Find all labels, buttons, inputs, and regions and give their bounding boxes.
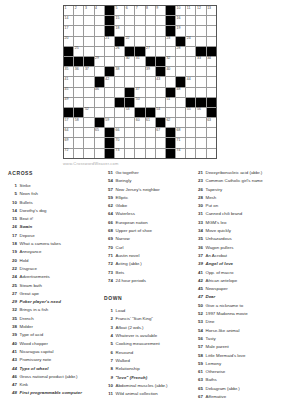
grid-cell[interactable]	[207, 149, 216, 158]
grid-cell[interactable]	[95, 149, 104, 158]
clue-text: Bets	[116, 270, 125, 275]
spacer	[104, 286, 191, 295]
grid-cell[interactable]: 5	[115, 6, 124, 15]
grid-cell[interactable]: 39	[146, 67, 155, 76]
grid-cell[interactable]	[74, 26, 83, 35]
grid-cell[interactable]: 48	[176, 88, 185, 97]
grid-cell[interactable]	[135, 149, 144, 158]
grid-cell[interactable]	[196, 118, 205, 127]
grid-cell[interactable]: 45	[64, 88, 73, 97]
clue-item: 73Bets	[104, 270, 191, 275]
grid-cell[interactable]	[156, 37, 165, 46]
grid-cell[interactable]: 7	[135, 6, 144, 15]
clue-number: 24	[8, 274, 17, 279]
grid-cell[interactable]	[125, 16, 134, 25]
clue-item: 32Brings in a fish	[8, 307, 101, 312]
clue-text: Curl	[116, 245, 124, 250]
cell-number: 64	[65, 128, 69, 132]
grid-cell[interactable]: 35	[64, 67, 73, 76]
clue-text: Deoxyribonucleic acid (abbr.)	[206, 170, 263, 175]
grid-cell[interactable]	[146, 37, 155, 46]
grid-cell[interactable]: 68	[176, 128, 185, 137]
grid-cell[interactable]	[84, 118, 93, 127]
cell-number: 63	[207, 118, 211, 122]
clue-number: 54	[194, 328, 203, 333]
grid-cell[interactable]: 24	[186, 37, 195, 46]
clue-text: Lemony	[206, 361, 222, 366]
grid-cell[interactable]	[196, 67, 205, 76]
clue-item: 29Poker player's need	[8, 299, 101, 304]
grid-cell[interactable]	[146, 138, 155, 147]
grid-cell[interactable]	[196, 88, 205, 97]
clue-number: 35	[8, 316, 17, 321]
grid-cell[interactable]	[176, 98, 185, 107]
clue-text: Francis' "Sun King"	[116, 316, 153, 321]
grid-cell-black	[95, 118, 104, 127]
grid-cell[interactable]	[115, 77, 124, 86]
grid-cell[interactable]	[135, 67, 144, 76]
grid-cell-black	[64, 108, 73, 117]
grid-cell[interactable]: 19	[176, 26, 185, 35]
clue-item: 46Gross national product (abbr.)	[8, 374, 101, 379]
grid-cell[interactable]	[166, 108, 175, 117]
grid-cell[interactable]: 70	[115, 138, 124, 147]
grid-cell[interactable]: 71	[176, 138, 185, 147]
grid-cell[interactable]	[95, 67, 104, 76]
clue-number: 65	[194, 386, 203, 391]
grid-cell[interactable]	[156, 98, 165, 107]
grid-cell[interactable]	[176, 57, 185, 66]
cell-number: 58	[75, 118, 79, 122]
grid-cell[interactable]	[207, 138, 216, 147]
cell-number: 32	[166, 56, 170, 60]
clue-text: Dine	[206, 319, 215, 324]
clue-text: Canned chili brand	[206, 211, 243, 216]
grid-cell[interactable]	[146, 149, 155, 158]
grid-cell[interactable]	[207, 128, 216, 137]
grid-cell[interactable]	[84, 128, 93, 137]
grid-cell[interactable]	[95, 26, 104, 35]
grid-cell[interactable]: 44	[186, 77, 195, 86]
clue-number: 11	[104, 391, 113, 396]
clue-number: 16	[8, 224, 17, 229]
clue-item: 54Horse-like animal	[194, 328, 280, 333]
clue-text: Abdominal muscles (abbr.)	[116, 383, 168, 388]
clue-number: 50	[194, 303, 203, 308]
clue-number: 34	[194, 228, 203, 233]
grid-cell[interactable]: 9	[156, 6, 165, 15]
clue-text: Cooking measurement	[116, 341, 160, 346]
grid-cell-black	[115, 37, 124, 46]
grid-cell[interactable]	[176, 118, 185, 127]
clue-number: 41	[194, 270, 203, 275]
grid-cell[interactable]	[84, 138, 93, 147]
grid-cell[interactable]: 21	[105, 37, 114, 46]
grid-cell-black	[176, 77, 185, 86]
grid-cell[interactable]	[105, 108, 114, 117]
grid-cell[interactable]	[135, 128, 144, 137]
grid-cell[interactable]	[74, 88, 83, 97]
cell-number: 2	[75, 6, 77, 10]
grid-cell[interactable]	[146, 16, 155, 25]
grid-cell[interactable]	[156, 16, 165, 25]
grid-cell[interactable]	[84, 37, 93, 46]
cell-number: 51	[166, 97, 170, 101]
clue-item: 67Affirmative	[194, 394, 280, 399]
clue-number: 61	[194, 369, 203, 374]
grid-cell[interactable]	[125, 77, 134, 86]
grid-cell-black	[207, 108, 216, 117]
grid-cell[interactable]	[156, 149, 165, 158]
grid-cell[interactable]: 42	[105, 77, 114, 86]
grid-cell[interactable]: 58	[74, 118, 83, 127]
cell-number: 43	[156, 77, 160, 81]
grid-cell[interactable]	[196, 128, 205, 137]
grid-cell[interactable]: 50	[135, 98, 144, 107]
clue-text: An Acrobat	[206, 253, 227, 258]
grid-cell[interactable]	[84, 88, 93, 97]
grid-cell[interactable]	[176, 108, 185, 117]
grid-cell[interactable]	[105, 98, 114, 107]
grid-cell-black	[105, 16, 114, 25]
grid-cell[interactable]	[115, 57, 124, 66]
grid-cell[interactable]: 3	[84, 6, 93, 15]
grid-cell[interactable]: 72	[64, 149, 73, 158]
grid-cell[interactable]: 73	[115, 149, 124, 158]
grid-cell[interactable]	[207, 67, 216, 76]
clue-item: 26Tapestry	[194, 187, 280, 192]
clue-item: 59Lemony	[194, 361, 280, 366]
clue-number: 72	[104, 261, 113, 266]
grid-cell[interactable]: 18	[115, 26, 124, 35]
grid-cell[interactable]: 53	[125, 108, 134, 117]
grid-cell[interactable]	[105, 57, 114, 66]
clue-text: Give a nickname to	[206, 303, 244, 308]
grid-cell[interactable]: 57	[64, 118, 73, 127]
grid-cell[interactable]	[95, 16, 104, 25]
grid-cell[interactable]: 33	[196, 57, 205, 66]
clue-number: 17	[8, 233, 17, 238]
clue-number: 51	[104, 170, 113, 175]
grid-cell[interactable]: 54	[156, 108, 165, 117]
grid-cell[interactable]	[135, 16, 144, 25]
cell-number: 10	[177, 6, 181, 10]
down-clue-list-part2: 21Deoxyribonucleic acid (abbr.)23Common …	[194, 170, 280, 399]
clue-text: Beat it!	[20, 216, 34, 221]
grid-cell[interactable]: 64	[64, 128, 73, 137]
grid-cell[interactable]	[196, 77, 205, 86]
clue-item: 15Beat it!	[8, 216, 101, 221]
grid-cell[interactable]	[95, 98, 104, 107]
clue-text: Waterless	[116, 211, 135, 216]
clue-item: 34Move quickly	[194, 228, 280, 233]
clue-number: 67	[194, 394, 203, 399]
grid-cell[interactable]: 23	[166, 37, 175, 46]
cell-number: 55	[187, 107, 191, 111]
grid-cell[interactable]	[135, 26, 144, 35]
grid-cell[interactable]	[74, 37, 83, 46]
grid-cell[interactable]	[84, 16, 93, 25]
grid-cell[interactable]: 66	[115, 128, 124, 137]
clue-item: 521997 Madonna movie	[194, 311, 280, 316]
grid-cell[interactable]	[186, 67, 195, 76]
grid-cell[interactable]: 62	[166, 118, 175, 127]
grid-cell[interactable]	[84, 26, 93, 35]
grid-cell[interactable]	[186, 118, 195, 127]
grid-cell[interactable]: 49	[64, 98, 73, 107]
grid-cell[interactable]	[115, 108, 124, 117]
grid-cell-black	[105, 67, 114, 76]
grid-cell[interactable]: 20	[64, 37, 73, 46]
grid-cell[interactable]: 11	[186, 6, 195, 15]
grid-cell[interactable]	[146, 26, 155, 35]
grid-cell[interactable]: 6	[125, 6, 134, 15]
grid-cell[interactable]	[207, 16, 216, 25]
clue-text: Whatever is available	[116, 333, 158, 338]
grid-cell[interactable]	[186, 47, 195, 56]
grid-cell[interactable]	[95, 37, 104, 46]
clue-text: Dorothy's dog	[20, 208, 47, 213]
grid-cell[interactable]	[84, 98, 93, 107]
grid-cell[interactable]: 27	[146, 47, 155, 56]
grid-cell[interactable]	[207, 88, 216, 97]
clue-number: 53	[194, 319, 203, 324]
grid-cell[interactable]: 40	[166, 67, 175, 76]
grid-cell[interactable]: 55	[186, 108, 195, 117]
crossword-grid[interactable]: 1234567891011121314151617181920212223242…	[63, 5, 217, 159]
clue-item: 44Type of wheel	[8, 366, 101, 371]
grid-cell[interactable]	[125, 138, 134, 147]
cell-number: 36	[75, 67, 79, 71]
grid-cell[interactable]	[125, 26, 134, 35]
grid-cell[interactable]	[84, 149, 93, 158]
grid-cell[interactable]	[156, 47, 165, 56]
across-clue-list-part1: 1Strike5Neon fish10Bullets14Dorothy's do…	[8, 183, 101, 400]
grid-cell[interactable]	[115, 88, 124, 97]
clue-number: 43	[8, 357, 17, 362]
clue-text: Walked	[116, 358, 130, 363]
grid-cell[interactable]	[146, 88, 155, 97]
clue-item: 1Load	[104, 308, 191, 313]
grid-cell[interactable]	[186, 138, 195, 147]
cell-number: 39	[146, 67, 150, 71]
clue-text: African antelope	[206, 278, 238, 283]
clue-item: 71Austin novel	[104, 253, 191, 258]
clue-number: 35	[194, 236, 203, 241]
clue-item: 47Kink	[8, 382, 101, 387]
grid-cell[interactable]: 29	[95, 57, 104, 66]
grid-cell[interactable]	[135, 37, 144, 46]
grid-cell[interactable]	[74, 149, 83, 158]
clue-item: 7424 hour periods	[104, 278, 191, 283]
clue-number: 5	[104, 341, 113, 346]
clue-item: 43Promissory note	[8, 357, 101, 362]
grid-cell[interactable]: 63	[207, 118, 216, 127]
grid-cell[interactable]: 65	[95, 128, 104, 137]
grid-cell[interactable]	[186, 88, 195, 97]
grid-cell[interactable]: 4	[95, 6, 104, 15]
grid-cell[interactable]	[146, 98, 155, 107]
cell-number: 56	[197, 107, 201, 111]
grid-cell[interactable]: 43	[156, 77, 165, 86]
grid-cell[interactable]	[176, 67, 185, 76]
cell-number: 46	[95, 87, 99, 91]
grid-cell[interactable]	[207, 26, 216, 35]
grid-cell[interactable]	[186, 57, 195, 66]
clue-number: 1	[104, 308, 113, 313]
grid-cell[interactable]: 46	[95, 88, 104, 97]
grid-cell[interactable]: 26	[115, 47, 124, 56]
grid-cell-black	[115, 98, 124, 107]
grid-cell-black	[105, 149, 114, 158]
grid-cell[interactable]	[146, 128, 155, 137]
clue-number: 57	[104, 187, 113, 192]
grid-cell[interactable]: 47	[135, 88, 144, 97]
cell-number: 68	[177, 128, 181, 132]
grid-cell[interactable]	[95, 47, 104, 56]
grid-cell[interactable]: 31	[135, 57, 144, 66]
grid-cell[interactable]	[166, 77, 175, 86]
grid-cell[interactable]	[207, 37, 216, 46]
grid-cell[interactable]	[166, 47, 175, 56]
grid-cell[interactable]: 30	[125, 57, 134, 66]
grid-cell[interactable]: 59	[105, 118, 114, 127]
grid-cell[interactable]: 17	[64, 26, 73, 35]
grid-cell[interactable]: 12	[196, 6, 205, 15]
grid-cell[interactable]	[196, 37, 205, 46]
grid-cell[interactable]	[156, 26, 165, 35]
grid-cell[interactable]	[105, 47, 114, 56]
grid-cell[interactable]: 52	[84, 108, 93, 117]
clue-number: 41	[8, 349, 17, 354]
cell-number: 8	[146, 6, 148, 10]
cell-number: 73	[115, 148, 119, 152]
grid-cell[interactable]	[125, 149, 134, 158]
grid-cell[interactable]: 25	[74, 47, 83, 56]
grid-cell[interactable]: 41	[64, 77, 73, 86]
grid-cell-black	[166, 128, 175, 137]
grid-cell[interactable]	[156, 88, 165, 97]
grid-cell[interactable]: 60	[135, 118, 144, 127]
cell-number: 42	[105, 77, 109, 81]
grid-cell[interactable]	[84, 47, 93, 56]
cell-number: 11	[187, 6, 191, 10]
grid-cell[interactable]: 8	[146, 6, 155, 15]
grid-cell[interactable]	[146, 77, 155, 86]
grid-cell[interactable]: 10	[176, 6, 185, 15]
grid-cell[interactable]	[156, 138, 165, 147]
clue-number: 21	[194, 170, 203, 175]
clue-item: 7Walked	[104, 358, 191, 363]
grid-cell[interactable]	[74, 77, 83, 86]
clue-text: Gross national product (abbr.)	[20, 374, 78, 379]
clue-number: 19	[8, 249, 17, 254]
grid-cell[interactable]	[135, 77, 144, 86]
clue-text: Neon fish	[20, 191, 39, 196]
grid-cell[interactable]	[74, 128, 83, 137]
grid-cell[interactable]	[186, 149, 195, 158]
grid-cell[interactable]: 67	[156, 128, 165, 137]
cell-number: 4	[95, 6, 97, 10]
grid-cell[interactable]: 13	[207, 6, 216, 15]
grid-cell[interactable]: 69	[64, 138, 73, 147]
clue-item: 23Common Catholic girl's name	[194, 178, 280, 183]
clue-text: Elliptic	[116, 195, 129, 200]
grid-cell[interactable]	[125, 118, 134, 127]
grid-cell[interactable]: 14	[64, 16, 73, 25]
clue-item: 14Dorothy's dog	[8, 208, 101, 213]
grid-cell[interactable]	[186, 16, 195, 25]
grid-cell[interactable]: 61	[146, 118, 155, 127]
clue-text: Horse-like animal	[206, 328, 240, 333]
clue-item: 17Depose	[8, 233, 101, 238]
cell-number: 3	[85, 6, 87, 10]
clue-item: 37An Acrobat	[194, 253, 280, 258]
grid-cell[interactable]: 32	[166, 57, 175, 66]
grid-cell[interactable]	[74, 98, 83, 107]
grid-cell[interactable]	[105, 88, 114, 97]
clue-item: 72Acting (abbr.)	[104, 261, 191, 266]
clue-item: 10Abdominal muscles (abbr.)	[104, 383, 191, 388]
grid-cell[interactable]: 56	[196, 108, 205, 117]
grid-cell[interactable]: 2	[74, 6, 83, 15]
grid-cell[interactable]	[186, 128, 195, 137]
grid-cell[interactable]	[196, 149, 205, 158]
grid-cell[interactable]: 1	[64, 6, 73, 15]
clue-number: 71	[104, 253, 113, 258]
grid-cell[interactable]	[196, 26, 205, 35]
grid-cell-black	[207, 47, 216, 56]
grid-cell[interactable]: 38	[115, 67, 124, 76]
grid-cell[interactable]: 37	[84, 67, 93, 76]
grid-cell-black	[135, 108, 144, 117]
clue-item: 3Afloat (2 wds.)	[104, 325, 191, 330]
grid-cell[interactable]: 28	[176, 47, 185, 56]
grid-cell[interactable]: 51	[166, 98, 175, 107]
clue-item: 11Wild animal collection	[104, 391, 191, 396]
grid-cell[interactable]	[196, 138, 205, 147]
grid-cell[interactable]	[207, 77, 216, 86]
grid-cell[interactable]	[74, 16, 83, 25]
grid-cell[interactable]: 74	[176, 149, 185, 158]
clue-text: Otherwise	[206, 369, 226, 374]
clue-item: 30Put on	[194, 203, 280, 208]
grid-cell[interactable]	[135, 138, 144, 147]
grid-cell[interactable]	[95, 108, 104, 117]
grid-cell-black	[64, 57, 73, 66]
grid-cell[interactable]: 22	[125, 37, 134, 46]
clue-item: 41Opp. of macro	[194, 270, 280, 275]
grid-cell[interactable]: 15	[115, 16, 124, 25]
grid-cell[interactable]	[95, 138, 104, 147]
clue-number: 59	[194, 361, 203, 366]
grid-cell[interactable]: 36	[74, 67, 83, 76]
cell-number: 53	[126, 107, 130, 111]
grid-cell[interactable]	[74, 138, 83, 147]
grid-cell[interactable]	[115, 118, 124, 127]
grid-cell[interactable]	[186, 26, 195, 35]
grid-cell[interactable]: 34	[207, 57, 216, 66]
grid-cell[interactable]	[125, 67, 134, 76]
grid-cell[interactable]	[84, 77, 93, 86]
clue-number: 22	[8, 266, 17, 271]
grid-cell[interactable]	[196, 16, 205, 25]
clue-item: 24Advertisements	[8, 274, 101, 279]
grid-cell[interactable]: 16	[176, 16, 185, 25]
grid-cell-black	[105, 6, 114, 15]
grid-cell-black	[156, 67, 165, 76]
grid-cell[interactable]	[125, 128, 134, 137]
